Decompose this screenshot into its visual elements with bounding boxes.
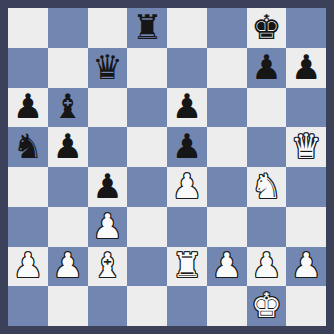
white-pawn-g2: ♟	[251, 248, 281, 282]
square-c1[interactable]	[88, 286, 128, 326]
square-b1[interactable]	[48, 286, 88, 326]
square-e7[interactable]	[167, 48, 207, 88]
square-b8[interactable]	[48, 8, 88, 48]
white-knight-g4: ♞	[251, 169, 281, 203]
square-f1[interactable]	[207, 286, 247, 326]
square-d5[interactable]	[127, 127, 167, 167]
square-g5[interactable]	[247, 127, 287, 167]
square-b7[interactable]	[48, 48, 88, 88]
square-c2[interactable]: ♝	[88, 247, 128, 287]
square-b4[interactable]	[48, 167, 88, 207]
square-g6[interactable]	[247, 88, 287, 128]
black-pawn-h7: ♟	[291, 50, 321, 84]
white-pawn-a2: ♟	[13, 248, 43, 282]
white-pawn-c3: ♟	[92, 209, 122, 243]
board-frame: ♜♚♛♟♟♟♝♟♞♟♟♛♟♟♞♟♟♟♝♜♟♟♟♚	[0, 0, 334, 334]
square-f3[interactable]	[207, 207, 247, 247]
black-pawn-e5: ♟	[172, 129, 202, 163]
square-h5[interactable]: ♛	[286, 127, 326, 167]
square-c5[interactable]	[88, 127, 128, 167]
square-g4[interactable]: ♞	[247, 167, 287, 207]
white-rook-e2: ♜	[172, 248, 202, 282]
square-h3[interactable]	[286, 207, 326, 247]
square-c7[interactable]: ♛	[88, 48, 128, 88]
square-f8[interactable]	[207, 8, 247, 48]
black-pawn-e6: ♟	[172, 89, 202, 123]
black-bishop-b6: ♝	[52, 89, 82, 123]
square-d3[interactable]	[127, 207, 167, 247]
square-d1[interactable]	[127, 286, 167, 326]
square-e1[interactable]	[167, 286, 207, 326]
white-pawn-b2: ♟	[52, 248, 82, 282]
square-h4[interactable]	[286, 167, 326, 207]
square-e2[interactable]: ♜	[167, 247, 207, 287]
square-a4[interactable]	[8, 167, 48, 207]
square-d8[interactable]: ♜	[127, 8, 167, 48]
square-g1[interactable]: ♚	[247, 286, 287, 326]
white-bishop-c2: ♝	[92, 248, 122, 282]
white-king-g1: ♚	[251, 288, 281, 322]
square-c4[interactable]: ♟	[88, 167, 128, 207]
square-h6[interactable]	[286, 88, 326, 128]
black-pawn-c4: ♟	[92, 169, 122, 203]
square-e6[interactable]: ♟	[167, 88, 207, 128]
square-c6[interactable]	[88, 88, 128, 128]
black-knight-a5: ♞	[13, 129, 43, 163]
square-g8[interactable]: ♚	[247, 8, 287, 48]
black-king-g8: ♚	[251, 10, 281, 44]
square-c8[interactable]	[88, 8, 128, 48]
square-b3[interactable]	[48, 207, 88, 247]
white-pawn-f2: ♟	[211, 248, 241, 282]
square-a8[interactable]	[8, 8, 48, 48]
black-queen-c7: ♛	[92, 50, 122, 84]
white-pawn-h2: ♟	[291, 248, 321, 282]
square-b2[interactable]: ♟	[48, 247, 88, 287]
white-queen-h5: ♛	[291, 129, 321, 163]
square-a2[interactable]: ♟	[8, 247, 48, 287]
square-e5[interactable]: ♟	[167, 127, 207, 167]
square-b5[interactable]: ♟	[48, 127, 88, 167]
square-a7[interactable]	[8, 48, 48, 88]
square-g2[interactable]: ♟	[247, 247, 287, 287]
square-d2[interactable]	[127, 247, 167, 287]
square-a1[interactable]	[8, 286, 48, 326]
square-h2[interactable]: ♟	[286, 247, 326, 287]
square-f4[interactable]	[207, 167, 247, 207]
square-e8[interactable]	[167, 8, 207, 48]
square-g7[interactable]: ♟	[247, 48, 287, 88]
square-c3[interactable]: ♟	[88, 207, 128, 247]
square-a6[interactable]: ♟	[8, 88, 48, 128]
square-d7[interactable]	[127, 48, 167, 88]
black-pawn-g7: ♟	[251, 50, 281, 84]
square-h8[interactable]	[286, 8, 326, 48]
square-e3[interactable]	[167, 207, 207, 247]
square-f6[interactable]	[207, 88, 247, 128]
square-f5[interactable]	[207, 127, 247, 167]
square-d4[interactable]	[127, 167, 167, 207]
white-pawn-e4: ♟	[172, 169, 202, 203]
square-f2[interactable]: ♟	[207, 247, 247, 287]
black-pawn-b5: ♟	[52, 129, 82, 163]
black-rook-d8: ♜	[132, 10, 162, 44]
square-b6[interactable]: ♝	[48, 88, 88, 128]
square-a5[interactable]: ♞	[8, 127, 48, 167]
square-e4[interactable]: ♟	[167, 167, 207, 207]
black-pawn-a6: ♟	[13, 89, 43, 123]
square-f7[interactable]	[207, 48, 247, 88]
square-d6[interactable]	[127, 88, 167, 128]
square-h1[interactable]	[286, 286, 326, 326]
square-a3[interactable]	[8, 207, 48, 247]
chess-board: ♜♚♛♟♟♟♝♟♞♟♟♛♟♟♞♟♟♟♝♜♟♟♟♚	[8, 8, 326, 326]
square-h7[interactable]: ♟	[286, 48, 326, 88]
square-g3[interactable]	[247, 207, 287, 247]
